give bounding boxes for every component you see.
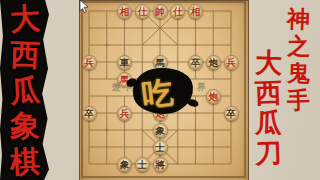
xiangqi-board[interactable]: 楚河 漢界 相仕帥仕相兵車馬卒炮兵馬炮卒兵炮卒象士象士將 吃 xyxy=(79,0,249,180)
piece-red-pawn[interactable]: 兵 xyxy=(117,106,132,121)
piece-red-cannon[interactable]: 炮 xyxy=(206,89,221,104)
piece-character: 士 xyxy=(155,140,165,155)
banner-char: 手 xyxy=(286,87,310,115)
piece-character: 將 xyxy=(155,157,165,172)
piece-red-advisor[interactable]: 仕 xyxy=(170,4,185,19)
thumbnail-frame: 大西瓜象棋 楚河 漢界 相仕帥仕相兵車馬卒炮兵馬炮 xyxy=(0,0,320,180)
piece-black-elephant[interactable]: 象 xyxy=(117,157,132,172)
piece-black-advisor[interactable]: 士 xyxy=(153,140,168,155)
piece-red-elephant[interactable]: 相 xyxy=(117,4,132,19)
piece-black-chariot[interactable]: 車 xyxy=(117,55,132,70)
piece-character: 相 xyxy=(120,4,130,19)
right-subtitle-banner: 神之鬼手 xyxy=(284,6,312,114)
piece-character: 兵 xyxy=(120,106,130,121)
piece-character: 象 xyxy=(120,157,130,172)
banner-char: 大 xyxy=(254,48,282,79)
piece-character: 仕 xyxy=(173,4,183,19)
piece-black-elephant[interactable]: 象 xyxy=(153,123,168,138)
capture-eat-label: 吃 xyxy=(140,72,176,117)
piece-red-general[interactable]: 帥 xyxy=(153,4,168,19)
mouse-cursor-icon xyxy=(79,0,89,14)
piece-character: 兵 xyxy=(84,55,94,70)
right-title-banner: 大西瓜刀 xyxy=(252,48,284,168)
banner-char: 瓜 xyxy=(9,73,41,108)
banner-char: 大 xyxy=(9,1,41,36)
piece-character: 兵 xyxy=(226,55,236,70)
banner-char: 西 xyxy=(9,37,40,71)
banner-char: 棋 xyxy=(9,144,41,179)
piece-black-pawn[interactable]: 卒 xyxy=(188,55,203,70)
piece-character: 炮 xyxy=(209,55,219,70)
banner-char: 瓜 xyxy=(254,108,282,139)
banner-char: 象 xyxy=(9,109,40,143)
piece-red-elephant[interactable]: 相 xyxy=(188,4,203,19)
piece-character: 炮 xyxy=(209,89,219,104)
piece-character: 車 xyxy=(120,55,130,70)
piece-character: 仕 xyxy=(138,4,148,19)
piece-red-pawn[interactable]: 兵 xyxy=(224,55,239,70)
banner-char: 西 xyxy=(254,78,282,109)
piece-black-pawn[interactable]: 卒 xyxy=(224,106,239,121)
piece-character: 士 xyxy=(138,157,148,172)
banner-char: 鬼 xyxy=(286,60,310,88)
banner-char: 神 xyxy=(286,6,310,34)
piece-character: 卒 xyxy=(84,106,94,121)
left-title-banner: 大西瓜象棋 xyxy=(0,0,49,180)
piece-character: 帥 xyxy=(155,4,165,19)
piece-character: 卒 xyxy=(191,55,201,70)
piece-character: 卒 xyxy=(226,106,236,121)
piece-red-advisor[interactable]: 仕 xyxy=(135,4,150,19)
banner-char: 刀 xyxy=(254,138,282,169)
piece-black-cannon[interactable]: 炮 xyxy=(206,55,221,70)
banner-char: 之 xyxy=(286,33,310,61)
piece-character: 相 xyxy=(191,4,201,19)
piece-red-pawn[interactable]: 兵 xyxy=(82,55,97,70)
piece-character: 象 xyxy=(155,123,165,138)
piece-black-pawn[interactable]: 卒 xyxy=(82,106,97,121)
piece-black-advisor[interactable]: 士 xyxy=(135,157,150,172)
piece-black-general[interactable]: 將 xyxy=(153,157,168,172)
